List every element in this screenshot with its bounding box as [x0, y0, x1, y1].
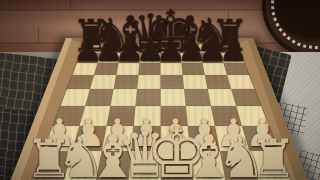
- pieces-layer: ♜♞♝♛♚♝♞♜♟♟♟♟♟♟♟♟♟♟♟♟♟♟♟♟♜♞♝♛♚♝♞♜: [0, 0, 320, 180]
- piece-black-pawn-h7[interactable]: ♟: [218, 33, 248, 66]
- photo-scene: ♜♞♝♛♚♝♞♜♟♟♟♟♟♟♟♟♟♟♟♟♟♟♟♟♜♞♝♛♚♝♞♜: [0, 0, 320, 180]
- piece-white-rook-h1[interactable]: ♜: [249, 132, 297, 180]
